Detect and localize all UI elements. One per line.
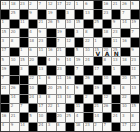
cell-r1-c3[interactable]: 23	[20, 1, 28, 9]
cell-r7-c3[interactable]: 15	[20, 57, 28, 65]
cell-r10-c9[interactable]: 9	[75, 85, 83, 93]
black-cell-r9-c13	[112, 76, 120, 84]
code-number: 5	[131, 1, 133, 6]
code-number: 3	[39, 95, 41, 100]
cell-r7-c2[interactable]: 10	[10, 57, 18, 65]
cell-r8-c9[interactable]: 7	[75, 66, 83, 74]
cell-r1-c8[interactable]: 22	[66, 1, 74, 9]
cell-r6-c9[interactable]: 5	[75, 48, 83, 56]
cell-r10-c14[interactable]: 8	[121, 85, 129, 93]
code-number: 22	[85, 38, 90, 43]
cell-r11-c2[interactable]: 14	[10, 95, 18, 103]
code-number: 24	[29, 95, 34, 100]
code-number: 3	[113, 85, 115, 90]
black-cell-r8-c6	[47, 66, 55, 74]
cell-r14-c7[interactable]: 8	[57, 123, 65, 131]
code-number: 3	[122, 113, 124, 118]
code-number: 8	[131, 113, 133, 118]
code-number: 22	[131, 123, 136, 128]
code-number: 13	[57, 95, 62, 100]
cell-r11-c5[interactable]: 3	[38, 95, 46, 103]
cell-r8-c3[interactable]: 3	[20, 66, 28, 74]
cell-r3-c15[interactable]: 19	[131, 20, 139, 28]
code-number: 20	[122, 76, 127, 81]
code-number: 12	[66, 38, 71, 43]
code-number: 23	[20, 1, 25, 6]
cell-r12-c5[interactable]: 17	[38, 104, 46, 112]
code-number: 1	[39, 76, 41, 81]
cell-r14-c11[interactable]: 2	[94, 123, 102, 131]
cell-r8-c15[interactable]: 11	[131, 66, 139, 74]
cell-r7-c14[interactable]: 18	[121, 57, 129, 65]
cell-r7-c10[interactable]: 24	[84, 57, 92, 65]
code-number: 5	[29, 113, 31, 118]
code-number: 22	[29, 76, 34, 81]
code-number: 24	[39, 123, 44, 128]
black-cell-r13-c6	[47, 113, 55, 121]
black-cell-r12-c4	[29, 104, 37, 112]
black-cell-r2-c15	[131, 10, 139, 18]
code-number: 7	[2, 76, 4, 81]
code-number: 16	[48, 48, 53, 53]
cell-r9-c1[interactable]: 7	[1, 76, 9, 84]
given-letter: A	[103, 50, 111, 57]
cell-r6-c3[interactable]: 1	[20, 48, 28, 56]
code-number: 9	[39, 29, 41, 34]
cell-r5-c10[interactable]: 22	[84, 38, 92, 46]
cell-r5-c13[interactable]: 11	[112, 38, 120, 46]
code-number: 11	[57, 76, 62, 81]
cell-r4-c5[interactable]: 9	[38, 29, 46, 37]
code-number: 6	[48, 76, 50, 81]
code-number: 13	[131, 85, 136, 90]
cell-r13-c7[interactable]: 20	[57, 113, 65, 121]
cell-r12-c3[interactable]: 7	[20, 104, 28, 112]
black-cell-r8-c4	[29, 66, 37, 74]
cell-r14-c12[interactable]: 7	[103, 123, 111, 131]
cell-r5-c4[interactable]: 18	[29, 38, 37, 46]
black-cell-r10-c12	[103, 85, 111, 93]
cell-r6-c4[interactable]: 6	[29, 48, 37, 56]
code-number: 24	[85, 57, 90, 62]
code-number: 23	[39, 38, 44, 43]
code-number: 10	[66, 20, 71, 25]
code-number: 2	[94, 123, 96, 128]
cell-r14-c2[interactable]: 9	[10, 123, 18, 131]
cell-r6-c5[interactable]: 11	[38, 48, 46, 56]
cell-r1-c5[interactable]: 7	[38, 1, 46, 9]
code-number: 16	[2, 113, 7, 118]
black-cell-r10-c3	[20, 85, 28, 93]
cell-r3-c3[interactable]: 11	[20, 20, 28, 28]
cell-r3-c6[interactable]: 26	[47, 20, 55, 28]
cell-r2-c10[interactable]: 13	[84, 10, 92, 18]
cell-r10-c13[interactable]: 3	[112, 85, 120, 93]
cell-r12-c2[interactable]: 2	[10, 104, 18, 112]
black-cell-r2-c1	[1, 10, 9, 18]
code-number: 22	[122, 95, 127, 100]
cell-r9-c15[interactable]: 25	[131, 76, 139, 84]
code-number: 3	[76, 29, 78, 34]
cell-r13-c1[interactable]: 16	[1, 113, 9, 121]
cell-r6-c1[interactable]: 17	[1, 48, 9, 56]
black-cell-r11-c15	[131, 95, 139, 103]
cell-r1-c10[interactable]: 6	[84, 1, 92, 9]
cell-r2-c14[interactable]: 7	[121, 10, 129, 18]
black-cell-r2-c7	[57, 10, 65, 18]
cell-r7-c7[interactable]: 9	[57, 57, 65, 65]
cell-r7-c9[interactable]: 19	[75, 57, 83, 65]
code-number: 21	[11, 113, 16, 118]
cell-r7-c1[interactable]: 5	[1, 57, 9, 65]
cell-r3-c1[interactable]: 1	[1, 20, 9, 28]
black-cell-r4-c14	[121, 29, 129, 37]
black-cell-r3-c4	[29, 20, 37, 28]
cell-r6-c6[interactable]: 16	[47, 48, 55, 56]
cell-r7-c4[interactable]: 20	[29, 57, 37, 65]
black-cell-r5-c3	[20, 38, 28, 46]
cell-r9-c12[interactable]: 10	[103, 76, 111, 84]
code-number: 7	[20, 104, 22, 109]
black-cell-r11-c3	[20, 95, 28, 103]
cell-r3-c5[interactable]: 21	[38, 20, 46, 28]
code-number: 3	[48, 123, 50, 128]
cell-r7-c15[interactable]: 23	[131, 57, 139, 65]
code-number: 7	[131, 29, 133, 34]
black-cell-r4-c11	[94, 29, 102, 37]
cell-r13-c9[interactable]: 4	[75, 113, 83, 121]
cell-r14-c10[interactable]: 23	[84, 123, 92, 131]
cell-r1-c14[interactable]: 26	[121, 1, 129, 9]
code-number: 26	[122, 1, 127, 6]
cell-r1-c9[interactable]: 1	[75, 1, 83, 9]
black-cell-r12-c1	[1, 104, 9, 112]
cell-r12-c6[interactable]: 22	[47, 104, 55, 112]
code-number: 21	[39, 20, 44, 25]
code-number: 22	[48, 104, 53, 109]
code-number: 2	[29, 1, 31, 6]
cell-r7-c13[interactable]: 13	[112, 57, 120, 65]
cell-r11-c8[interactable]: 18	[66, 95, 74, 103]
cell-r6-c11[interactable]: 15V	[94, 48, 102, 56]
cell-r2-c2[interactable]: 25	[10, 10, 18, 18]
code-number: 14	[20, 123, 25, 128]
code-number: 18	[103, 29, 108, 34]
cell-r14-c14[interactable]: 17	[121, 123, 129, 131]
cell-r13-c5[interactable]: 10	[38, 113, 46, 121]
black-cell-r3-c12	[103, 20, 111, 28]
black-cell-r11-c13	[112, 95, 120, 103]
cell-r10-c4[interactable]: 10	[29, 85, 37, 93]
code-number: 16	[122, 38, 127, 43]
black-cell-r2-c9	[75, 10, 83, 18]
cell-r13-c4[interactable]: 5	[29, 113, 37, 121]
cell-r1-c15[interactable]: 5	[131, 1, 139, 9]
cell-r9-c10[interactable]: 26	[84, 76, 92, 84]
code-number: 26	[48, 20, 53, 25]
code-number: 18	[29, 38, 34, 43]
code-number: 20	[48, 85, 53, 90]
cell-r3-c8[interactable]: 10	[66, 20, 74, 28]
code-number: 20	[57, 113, 62, 118]
cell-r12-c11[interactable]: 21	[94, 104, 102, 112]
black-cell-r13-c10	[84, 113, 92, 121]
code-number: 20	[11, 29, 16, 34]
cell-r10-c15[interactable]: 13	[131, 85, 139, 93]
code-number: 11	[131, 66, 136, 71]
code-number: 17	[122, 123, 127, 128]
code-number: 1	[20, 48, 22, 53]
cell-r9-c4[interactable]: 22	[29, 76, 37, 84]
cell-r9-c6[interactable]: 6	[47, 76, 55, 84]
code-number: 7	[76, 66, 78, 71]
code-number: 15	[2, 29, 7, 34]
cell-r13-c13[interactable]: 24	[112, 113, 120, 121]
cell-r1-c7[interactable]: 17	[57, 1, 65, 9]
cell-r9-c5[interactable]: 1	[38, 76, 46, 84]
code-number: 17	[57, 1, 62, 6]
black-cell-r2-c11	[94, 10, 102, 18]
code-number: 15	[131, 104, 136, 109]
cell-r10-c1[interactable]: 21	[1, 85, 9, 93]
black-cell-r5-c6	[47, 38, 55, 46]
black-cell-r14-c13	[112, 123, 120, 131]
cell-r12-c15[interactable]: 15	[131, 104, 139, 112]
code-number: 14	[122, 20, 127, 25]
codeword-puzzle: 1318232712172216162126525919313237111212…	[0, 0, 140, 132]
cell-r14-c6[interactable]: 3	[47, 123, 55, 131]
code-number: 18	[11, 1, 16, 6]
black-cell-r11-c9	[75, 95, 83, 103]
code-number: 12	[48, 1, 53, 6]
code-number: 11	[39, 48, 44, 53]
cell-r11-c12[interactable]: 12	[103, 95, 111, 103]
cell-r10-c8[interactable]: 4	[66, 85, 74, 93]
code-number: 7	[122, 10, 124, 15]
cell-r4-c13[interactable]: 23	[112, 29, 120, 37]
cell-r9-c14[interactable]: 20	[121, 76, 129, 84]
cell-r5-c2[interactable]: 8	[10, 38, 18, 46]
code-number: 15	[20, 57, 25, 62]
cell-r1-c1[interactable]: 13	[1, 1, 9, 9]
cell-r12-c7[interactable]: 1	[57, 104, 65, 112]
code-number: 5	[57, 20, 59, 25]
black-cell-r8-c12	[103, 66, 111, 74]
code-number: 4	[48, 57, 50, 62]
cell-r10-c7[interactable]: 25	[57, 85, 65, 93]
code-number: 6	[85, 1, 87, 6]
cell-r1-c6[interactable]: 12	[47, 1, 55, 9]
cell-r13-c11[interactable]: 14	[94, 113, 102, 121]
cell-r4-c10[interactable]: 8	[84, 29, 92, 37]
cell-r2-c4[interactable]: 9	[29, 10, 37, 18]
code-number: 22	[66, 1, 71, 6]
cell-r5-c5[interactable]: 23	[38, 38, 46, 46]
code-number: 19	[76, 57, 81, 62]
black-cell-r9-c3	[20, 76, 28, 84]
black-cell-r9-c2	[10, 76, 18, 84]
cell-r6-c10[interactable]: 10	[84, 48, 92, 56]
black-cell-r5-c12	[103, 38, 111, 46]
cell-r2-c8[interactable]: 3	[66, 10, 74, 18]
code-number: 3	[66, 10, 68, 15]
cell-r11-c14[interactable]: 22	[121, 95, 129, 103]
cell-r6-c13[interactable]: 25N	[112, 48, 120, 56]
code-number: 9	[113, 20, 115, 25]
code-number: 9	[29, 10, 31, 15]
code-number: 25	[11, 10, 16, 15]
cell-r13-c2[interactable]: 21	[10, 113, 18, 121]
cell-r6-c12[interactable]: 20A	[103, 48, 111, 56]
code-number: 3	[2, 38, 4, 43]
cell-r12-c14[interactable]: 10	[121, 104, 129, 112]
cell-r12-c12[interactable]: 26	[103, 104, 111, 112]
cell-r1-c2[interactable]: 18	[10, 1, 18, 9]
black-cell-r8-c10	[84, 66, 92, 74]
black-cell-r1-c11	[94, 1, 102, 9]
cell-r4-c1[interactable]: 15	[1, 29, 9, 37]
code-number: 8	[57, 123, 59, 128]
black-cell-r13-c12	[103, 113, 111, 121]
code-number: 2	[11, 104, 13, 109]
code-number: 23	[57, 66, 62, 71]
cell-r8-c13[interactable]: 1	[112, 66, 120, 74]
code-number: 25	[94, 20, 99, 25]
cell-r7-c6[interactable]: 4	[47, 57, 55, 65]
code-number: 15	[76, 20, 81, 25]
cell-r5-c8[interactable]: 12	[66, 38, 74, 46]
cell-r4-c15[interactable]: 7	[131, 29, 139, 37]
code-number: 8	[11, 38, 13, 43]
code-number: 3	[20, 66, 22, 71]
cell-r9-c8[interactable]: 16	[66, 76, 74, 84]
cell-r5-c11[interactable]: 1	[94, 38, 102, 46]
cell-r2-c6[interactable]: 19	[47, 10, 55, 18]
code-number: 7	[103, 123, 105, 128]
code-number: 10	[103, 76, 108, 81]
cell-r10-c11[interactable]: 19	[94, 85, 102, 93]
code-number: 26	[11, 85, 16, 90]
code-number: 23	[103, 10, 108, 15]
code-number: 10	[85, 48, 90, 53]
code-number: 11	[113, 38, 118, 43]
black-cell-r14-c4	[29, 123, 37, 131]
cell-r4-c2[interactable]: 20	[10, 29, 18, 37]
cell-r13-c14[interactable]: 3	[121, 113, 129, 121]
cell-r3-c9[interactable]: 15	[75, 20, 83, 28]
cell-r1-c4[interactable]: 2	[29, 1, 37, 9]
cell-r8-c7[interactable]: 23	[57, 66, 65, 74]
black-cell-r11-c1	[1, 95, 9, 103]
cell-r4-c12[interactable]: 18	[103, 29, 111, 37]
cell-r11-c10[interactable]: 2	[84, 95, 92, 103]
code-number: 23	[113, 29, 118, 34]
cell-r8-c1[interactable]: 19	[1, 66, 9, 74]
code-number: 21	[94, 104, 99, 109]
cell-r13-c8[interactable]: 25	[66, 113, 74, 121]
cell-r6-c7[interactable]: 21	[57, 48, 65, 56]
cell-r3-c7[interactable]: 5	[57, 20, 65, 28]
cell-r14-c15[interactable]: 22	[131, 123, 139, 131]
cell-r14-c3[interactable]: 14	[20, 123, 28, 131]
code-number: 23	[131, 57, 136, 62]
code-number: 13	[39, 66, 44, 71]
black-cell-r4-c3	[20, 29, 28, 37]
black-cell-r8-c14	[121, 66, 129, 74]
cell-r1-c13[interactable]: 21	[112, 1, 120, 9]
black-cell-r9-c9	[75, 76, 83, 84]
code-number: 9	[11, 123, 13, 128]
cell-r8-c11[interactable]: 17	[94, 66, 102, 74]
black-cell-r12-c8	[66, 104, 74, 112]
cell-r10-c6[interactable]: 20	[47, 85, 55, 93]
black-cell-r2-c3	[20, 10, 28, 18]
code-number: 16	[103, 1, 108, 6]
code-number: 7	[57, 38, 59, 43]
cell-r3-c11[interactable]: 25	[94, 20, 102, 28]
cell-r14-c9[interactable]: 18	[75, 123, 83, 131]
cell-r11-c4[interactable]: 24	[29, 95, 37, 103]
cell-r12-c9[interactable]: 11	[75, 104, 83, 112]
cell-r5-c7[interactable]: 7	[57, 38, 65, 46]
code-number: 18	[122, 57, 127, 62]
cell-r1-c12[interactable]: 16	[103, 1, 111, 9]
black-cell-r5-c9	[75, 38, 83, 46]
black-cell-r3-c10	[84, 20, 92, 28]
cell-r3-c14[interactable]: 14	[121, 20, 129, 28]
cell-r11-c6[interactable]: 8	[47, 95, 55, 103]
cell-r4-c7[interactable]: 19	[57, 29, 65, 37]
cell-r14-c5[interactable]: 24	[38, 123, 46, 131]
code-number: 5	[76, 48, 78, 53]
cell-r4-c9[interactable]: 3	[75, 29, 83, 37]
black-cell-r6-c2	[10, 48, 18, 56]
black-cell-r7-c5	[38, 57, 46, 65]
black-cell-r5-c15	[131, 38, 139, 46]
cell-r9-c7[interactable]: 11	[57, 76, 65, 84]
cell-r13-c15[interactable]: 8	[131, 113, 139, 121]
cell-r10-c2[interactable]: 26	[10, 85, 18, 93]
cell-r8-c5[interactable]: 13	[38, 66, 46, 74]
cell-r5-c1[interactable]: 3	[1, 38, 9, 46]
code-number: 25	[66, 113, 71, 118]
cell-r11-c7[interactable]: 13	[57, 95, 65, 103]
code-number: 21	[57, 48, 62, 53]
cell-r7-c12[interactable]: 8	[103, 57, 111, 65]
code-number: 6	[29, 48, 31, 53]
cell-r4-c4[interactable]: 4	[29, 29, 37, 37]
black-cell-r2-c5	[38, 10, 46, 18]
code-number: 12	[103, 95, 108, 100]
cell-r5-c14[interactable]: 16	[121, 38, 129, 46]
black-cell-r11-c11	[94, 95, 102, 103]
cell-r6-c15[interactable]: 9	[131, 48, 139, 56]
black-cell-r9-c11	[94, 76, 102, 84]
code-number: 26	[103, 104, 108, 109]
code-number: 8	[122, 85, 124, 90]
black-cell-r6-c8	[66, 48, 74, 56]
cell-r3-c13[interactable]: 9	[112, 20, 120, 28]
code-number: 1	[94, 38, 96, 43]
cell-r7-c8[interactable]: 14	[66, 57, 74, 65]
cell-r14-c1[interactable]: 4	[1, 123, 9, 131]
code-number: 14	[66, 57, 71, 62]
cell-r2-c12[interactable]: 23	[103, 10, 111, 18]
code-number: 19	[94, 85, 99, 90]
black-cell-r2-c13	[112, 10, 120, 18]
code-number: 17	[2, 48, 7, 53]
code-number: 13	[2, 1, 7, 6]
